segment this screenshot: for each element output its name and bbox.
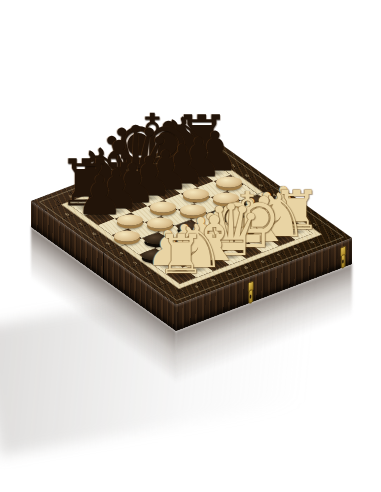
coord-file-near-g: g	[293, 247, 299, 251]
fold-seam	[103, 253, 104, 280]
coord-file-far-c: c	[101, 182, 107, 186]
chess-set-scene: aa88bb77cc66dd55ee44ff33gg22hh11 ♜♞♝♛♚♝♞…	[0, 0, 381, 492]
coord-file-far-e: e	[134, 169, 140, 173]
coord-rank-left-2: 2	[146, 271, 152, 275]
coord-file-far-f: f	[151, 163, 156, 166]
coord-file-near-a: a	[194, 285, 200, 289]
coord-rank-right-3: 3	[285, 203, 291, 207]
coord-file-far-d: d	[117, 176, 123, 180]
coord-rank-left-5: 5	[105, 242, 111, 246]
coord-file-near-h: h	[309, 241, 315, 245]
coord-rank-left-7: 7	[78, 222, 84, 226]
coord-rank-left-6: 6	[91, 232, 97, 236]
coord-file-near-e: e	[260, 260, 266, 264]
coord-file-far-b: b	[84, 188, 90, 192]
brass-latch-1	[248, 281, 254, 305]
coord-rank-right-2: 2	[299, 213, 305, 217]
coord-file-near-d: d	[243, 266, 249, 270]
coord-rank-left-1: 1	[159, 281, 165, 285]
coord-rank-right-8: 8	[217, 154, 223, 158]
coord-rank-right-7: 7	[231, 164, 237, 168]
brass-latch-2	[340, 246, 346, 270]
chess-set-product-photo: aa88bb77cc66dd55ee44ff33gg22hh11 ♜♞♝♛♚♝♞…	[0, 0, 381, 492]
coord-file-near-c: c	[227, 272, 233, 276]
coord-file-near-f: f	[277, 254, 282, 257]
coord-file-far-h: h	[183, 151, 189, 155]
coord-file-far-g: g	[167, 157, 173, 161]
coord-rank-left-8: 8	[64, 213, 70, 217]
coord-rank-right-1: 1	[312, 223, 318, 227]
coord-rank-right-6: 6	[244, 174, 250, 178]
coord-rank-left-4: 4	[119, 252, 125, 256]
coord-file-far-a: a	[68, 194, 74, 198]
coord-file-near-b: b	[210, 279, 216, 283]
coord-rank-left-3: 3	[132, 261, 138, 265]
coord-rank-right-5: 5	[258, 184, 264, 188]
coord-rank-right-4: 4	[272, 193, 278, 197]
